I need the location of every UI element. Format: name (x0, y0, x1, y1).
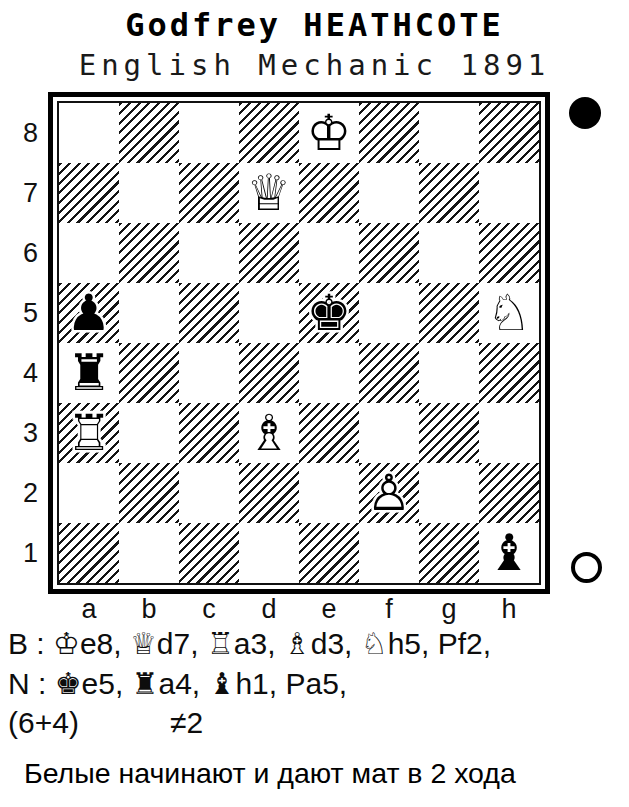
file-label-d: d (239, 594, 299, 625)
white-king-e8: ♚♔ (299, 103, 359, 163)
square-c8 (179, 103, 239, 163)
rank-label-5: 5 (6, 283, 40, 343)
black-bishop-h1: ♝♝ (479, 523, 539, 583)
square-e3 (299, 403, 359, 463)
square-g3 (419, 403, 479, 463)
square-c5 (179, 283, 239, 343)
white-queen-d7: ♛♕ (239, 163, 299, 223)
white-knight-h5: ♞♘ (479, 283, 539, 343)
square-f2: ♟♙ (359, 463, 419, 523)
square-h1: ♝♝ (479, 523, 539, 583)
square-h6 (479, 223, 539, 283)
rank-label-8: 8 (6, 103, 40, 163)
square-e4 (299, 343, 359, 403)
square-a8 (59, 103, 119, 163)
file-labels: abcdefgh (59, 594, 539, 624)
file-label-f: f (359, 594, 419, 625)
white-bishop-d3: ♝♗ (239, 403, 299, 463)
file-label-e: e (299, 594, 359, 625)
square-d7: ♛♕ (239, 163, 299, 223)
stipulation: ≠2 (170, 706, 203, 740)
piece-glyph: ♙ (359, 463, 419, 523)
square-b8 (119, 103, 179, 163)
page-subtitle: English Mechanic 1891 (0, 48, 629, 82)
square-c4 (179, 343, 239, 403)
square-f7 (359, 163, 419, 223)
puzzle-page: Godfrey HEATHCOTE English Mechanic 1891 … (0, 0, 629, 807)
square-e7 (299, 163, 359, 223)
square-d5 (239, 283, 299, 343)
square-h7 (479, 163, 539, 223)
square-a3: ♜♖ (59, 403, 119, 463)
square-d1 (239, 523, 299, 583)
piece-glyph: ♖ (59, 403, 119, 463)
piece-glyph: ♜ (59, 343, 119, 403)
square-f8 (359, 103, 419, 163)
square-b3 (119, 403, 179, 463)
square-g8 (419, 103, 479, 163)
rank-label-2: 2 (6, 463, 40, 523)
square-a5: ♟♟ (59, 283, 119, 343)
square-b4 (119, 343, 179, 403)
square-b6 (119, 223, 179, 283)
rank-labels: 87654321 (6, 103, 40, 583)
square-d6 (239, 223, 299, 283)
square-a2 (59, 463, 119, 523)
file-label-g: g (419, 594, 479, 625)
square-g6 (419, 223, 479, 283)
square-f3 (359, 403, 419, 463)
black-pawn-a5: ♟♟ (59, 283, 119, 343)
square-h3 (479, 403, 539, 463)
square-g1 (419, 523, 479, 583)
square-f4 (359, 343, 419, 403)
rank-label-1: 1 (6, 523, 40, 583)
square-b7 (119, 163, 179, 223)
square-f6 (359, 223, 419, 283)
chess-board: ♚♔♛♕♟♟♚♚♞♘♜♜♜♖♝♗♟♙♝♝ (48, 92, 550, 594)
white-pawn-f2: ♟♙ (359, 463, 419, 523)
square-c1 (179, 523, 239, 583)
file-label-b: b (119, 594, 179, 625)
square-c7 (179, 163, 239, 223)
material-count: (6+4) (8, 706, 79, 739)
square-d2 (239, 463, 299, 523)
file-label-a: a (59, 594, 119, 625)
square-b2 (119, 463, 179, 523)
square-h5: ♞♘ (479, 283, 539, 343)
rank-label-6: 6 (6, 223, 40, 283)
square-d3: ♝♗ (239, 403, 299, 463)
square-f1 (359, 523, 419, 583)
piece-glyph: ♘ (479, 283, 539, 343)
square-h2 (479, 463, 539, 523)
board-grid: ♚♔♛♕♟♟♚♚♞♘♜♜♜♖♝♗♟♙♝♝ (59, 103, 539, 583)
square-c2 (179, 463, 239, 523)
piece-glyph: ♔ (299, 103, 359, 163)
square-g5 (419, 283, 479, 343)
square-h8 (479, 103, 539, 163)
square-d8 (239, 103, 299, 163)
rank-label-4: 4 (6, 343, 40, 403)
rank-label-7: 7 (6, 163, 40, 223)
square-a1 (59, 523, 119, 583)
rank-label-3: 3 (6, 403, 40, 463)
square-b5 (119, 283, 179, 343)
piece-glyph: ♝ (479, 523, 539, 583)
square-h4 (479, 343, 539, 403)
piece-glyph: ♗ (239, 403, 299, 463)
square-g2 (419, 463, 479, 523)
square-e5: ♚♚ (299, 283, 359, 343)
piece-glyph: ♚ (299, 283, 359, 343)
square-e8: ♚♔ (299, 103, 359, 163)
square-e1 (299, 523, 359, 583)
black-pieces-list: N : ♚e5, ♜a4, ♝h1, Pa5, (8, 666, 347, 701)
black-king-e5: ♚♚ (299, 283, 359, 343)
square-b1 (119, 523, 179, 583)
square-e6 (299, 223, 359, 283)
page-title: Godfrey HEATHCOTE (0, 6, 629, 44)
file-label-c: c (179, 594, 239, 625)
black-rook-a4: ♜♜ (59, 343, 119, 403)
square-a6 (59, 223, 119, 283)
square-c6 (179, 223, 239, 283)
file-label-h: h (479, 594, 539, 625)
piece-glyph: ♕ (239, 163, 299, 223)
white-pieces-list: B : ♔e8, ♕d7, ♖a3, ♗d3, ♘h5, Pf2, (8, 626, 491, 661)
material-and-stipulation: (6+4) ≠2 (8, 706, 79, 740)
square-g4 (419, 343, 479, 403)
task-text-russian: Белые начинают и дают мат в 2 хода (24, 757, 516, 790)
square-a7 (59, 163, 119, 223)
square-c3 (179, 403, 239, 463)
square-e2 (299, 463, 359, 523)
white-to-move-dot (571, 552, 602, 583)
square-g7 (419, 163, 479, 223)
square-f5 (359, 283, 419, 343)
square-d4 (239, 343, 299, 403)
piece-glyph: ♟ (59, 283, 119, 343)
black-to-move-dot (569, 97, 601, 129)
square-a4: ♜♜ (59, 343, 119, 403)
white-rook-a3: ♜♖ (59, 403, 119, 463)
